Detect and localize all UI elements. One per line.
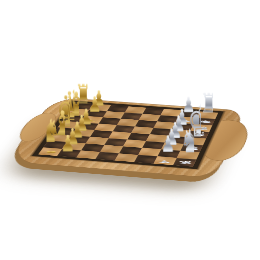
piece-gold-knight: ♞ (70, 111, 83, 115)
piece-gold-pawn: ♟ (92, 89, 105, 110)
square-h3 (76, 151, 100, 160)
piece-silver-pawn: ♟ (178, 120, 192, 123)
piece-silver-bishop: ♝ (183, 146, 197, 150)
piece-silver-bishop: ♝ (193, 126, 207, 130)
piece-silver-knight: ♞ (196, 120, 210, 124)
square-h5 (115, 154, 138, 163)
square-c4 (117, 119, 139, 127)
piece-gold-rook: ♜ (42, 150, 57, 154)
piece-gold-pawn: ♟ (84, 119, 98, 122)
square-d7: ♟ (168, 129, 190, 137)
wooden-board-slab: ♜♟♟♜♞♟♟♞♝♟♟♝♛♟♟♛♚♟♟♚♝♟♟♝♞♟♟♞♜♟♟♜ (6, 97, 245, 178)
chessboard: ♜♟♟♜♞♟♟♞♝♟♟♝♛♟♟♛♚♟♟♚♝♟♟♝♞♟♟♞♜♟♟♜ (32, 101, 224, 169)
perspective-container: ♜♟♟♜♞♟♟♞♝♟♟♝♛♟♟♛♚♟♟♚♝♟♟♝♞♟♟♞♜♟♟♜ (0, 0, 260, 260)
piece-silver-rook: ♜ (200, 90, 213, 117)
piece-gold-rook: ♜ (74, 82, 87, 109)
piece-silver-queen: ♛ (190, 132, 204, 137)
square-c8: ♝ (190, 124, 212, 132)
piece-silver-pawn: ♟ (157, 160, 171, 163)
piece-silver-pawn: ♟ (182, 95, 195, 116)
square-h4 (95, 152, 119, 161)
chess-set-photo: ♜♟♟♜♞♟♟♞♝♟♟♝♛♟♟♛♚♟♟♚♝♟♟♝♞♟♟♞♜♟♟♜ (0, 0, 260, 260)
piece-silver-rook: ♜ (176, 161, 191, 165)
square-h8: ♜ (173, 158, 196, 167)
